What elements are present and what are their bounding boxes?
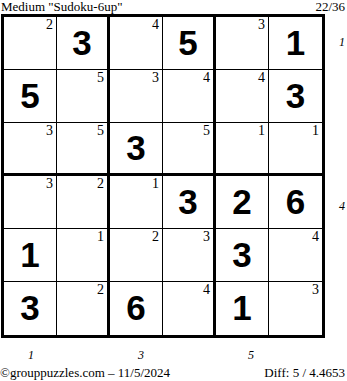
cell-r5c1: 1: [4, 229, 57, 282]
corner-mark: 2: [97, 282, 104, 297]
given-digit: 3: [216, 229, 268, 281]
cell-r4c4: 3: [163, 176, 216, 229]
cell-r1c3[interactable]: 4: [110, 17, 163, 70]
cell-r4c1[interactable]: 3: [4, 176, 57, 229]
cell-r3c2[interactable]: 5: [57, 123, 110, 176]
given-digit: 3: [163, 176, 213, 228]
corner-mark: 5: [97, 123, 104, 138]
given-digit: 6: [110, 282, 162, 335]
cell-r5c6[interactable]: 4: [269, 229, 322, 282]
cell-r5c2[interactable]: 1: [57, 229, 110, 282]
corner-mark: 1: [258, 123, 265, 138]
corner-mark: 5: [203, 123, 210, 138]
corner-mark: 3: [258, 17, 265, 32]
cell-r3c6[interactable]: 1: [269, 123, 322, 176]
cell-r2c3[interactable]: 3: [110, 70, 163, 123]
corner-mark: 3: [152, 70, 159, 85]
cell-r6c4[interactable]: 4: [163, 282, 216, 335]
difficulty-text: Diff: 5 / 4.4653: [264, 365, 345, 380]
cell-r6c2[interactable]: 2: [57, 282, 110, 335]
cell-r6c1: 3: [4, 282, 57, 335]
corner-mark: 2: [46, 17, 53, 32]
given-digit: 5: [4, 70, 56, 122]
cell-r2c6: 3: [269, 70, 322, 123]
cell-r6c5: 1: [216, 282, 269, 335]
corner-mark: 4: [312, 229, 319, 244]
cell-r4c2[interactable]: 2: [57, 176, 110, 229]
cell-r5c5: 3: [216, 229, 269, 282]
given-digit: 3: [4, 282, 56, 335]
corner-mark: 3: [46, 123, 53, 138]
corner-mark: 1: [97, 229, 104, 244]
cell-r5c3[interactable]: 2: [110, 229, 163, 282]
cell-r2c2[interactable]: 5: [57, 70, 110, 123]
cell-r4c5: 2: [216, 176, 269, 229]
corner-mark: 2: [97, 176, 104, 191]
cell-r6c6[interactable]: 3: [269, 282, 322, 335]
cell-r1c6: 1: [269, 17, 322, 70]
given-digit: 5: [163, 17, 213, 69]
cell-r1c4: 5: [163, 17, 216, 70]
column-coordinate-label: 5: [248, 348, 254, 362]
cell-r1c1[interactable]: 2: [4, 17, 57, 70]
cell-r4c3[interactable]: 1: [110, 176, 163, 229]
column-coordinate-label: 1: [28, 348, 34, 362]
corner-mark: 1: [152, 176, 159, 191]
corner-mark: 3: [46, 176, 53, 191]
board-area: 234531553443353511321326112334326413 141…: [1, 14, 346, 338]
corner-mark: 4: [203, 282, 210, 297]
corner-mark: 4: [152, 17, 159, 32]
page-footer: ©grouppuzzles.com – 11/5/2024 Diff: 5 / …: [0, 365, 345, 380]
cell-r2c5[interactable]: 4: [216, 70, 269, 123]
corner-mark: 2: [152, 229, 159, 244]
cell-r3c4[interactable]: 5: [163, 123, 216, 176]
corner-mark: 3: [312, 282, 319, 297]
cell-r1c5[interactable]: 3: [216, 17, 269, 70]
given-digit: 1: [269, 17, 322, 69]
page-header: Medium "Sudoku-6up" 22/36: [1, 0, 345, 14]
given-digit: 3: [269, 70, 322, 122]
row-coordinate-label: 4: [339, 199, 345, 213]
row-coordinate-label: 1: [339, 35, 345, 49]
given-digit: 3: [110, 123, 162, 173]
corner-mark: 4: [203, 70, 210, 85]
cell-r3c1[interactable]: 3: [4, 123, 57, 176]
cell-r1c2: 3: [57, 17, 110, 70]
cell-r5c4[interactable]: 3: [163, 229, 216, 282]
corner-mark: 4: [258, 70, 265, 85]
cell-r2c4[interactable]: 4: [163, 70, 216, 123]
corner-mark: 5: [97, 70, 104, 85]
column-coordinate-label: 3: [138, 348, 144, 362]
puzzle-title: Medium "Sudoku-6up": [1, 0, 122, 14]
given-digit: 1: [4, 229, 56, 281]
puzzle-page: Medium "Sudoku-6up" 22/36 23453155344335…: [0, 0, 347, 381]
given-digit: 3: [57, 17, 107, 69]
corner-mark: 1: [312, 123, 319, 138]
corner-mark: 3: [203, 229, 210, 244]
cell-r2c1: 5: [4, 70, 57, 123]
cell-r4c6: 6: [269, 176, 322, 229]
copyright-text: ©grouppuzzles.com – 11/5/2024: [0, 365, 170, 380]
clue-counter: 22/36: [315, 0, 345, 14]
given-digit: 1: [216, 282, 268, 335]
cell-r3c5[interactable]: 1: [216, 123, 269, 176]
cell-r3c3: 3: [110, 123, 163, 176]
given-digit: 6: [269, 176, 322, 228]
sudoku-board: 234531553443353511321326112334326413: [1, 14, 325, 338]
cell-r6c3: 6: [110, 282, 163, 335]
given-digit: 2: [216, 176, 268, 228]
